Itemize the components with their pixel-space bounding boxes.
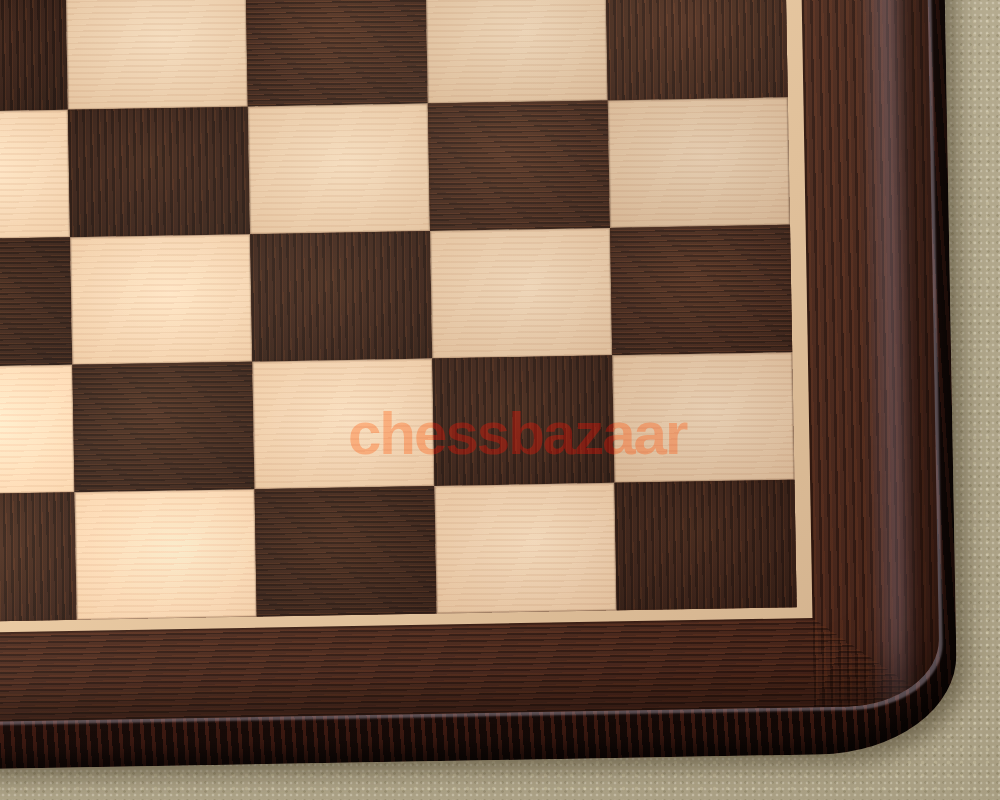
lighting-overlay	[0, 0, 940, 735]
watermark: chessbazaar	[348, 399, 686, 468]
chess-board	[0, 0, 940, 735]
photo-scene: chessbazaar	[0, 0, 1000, 800]
